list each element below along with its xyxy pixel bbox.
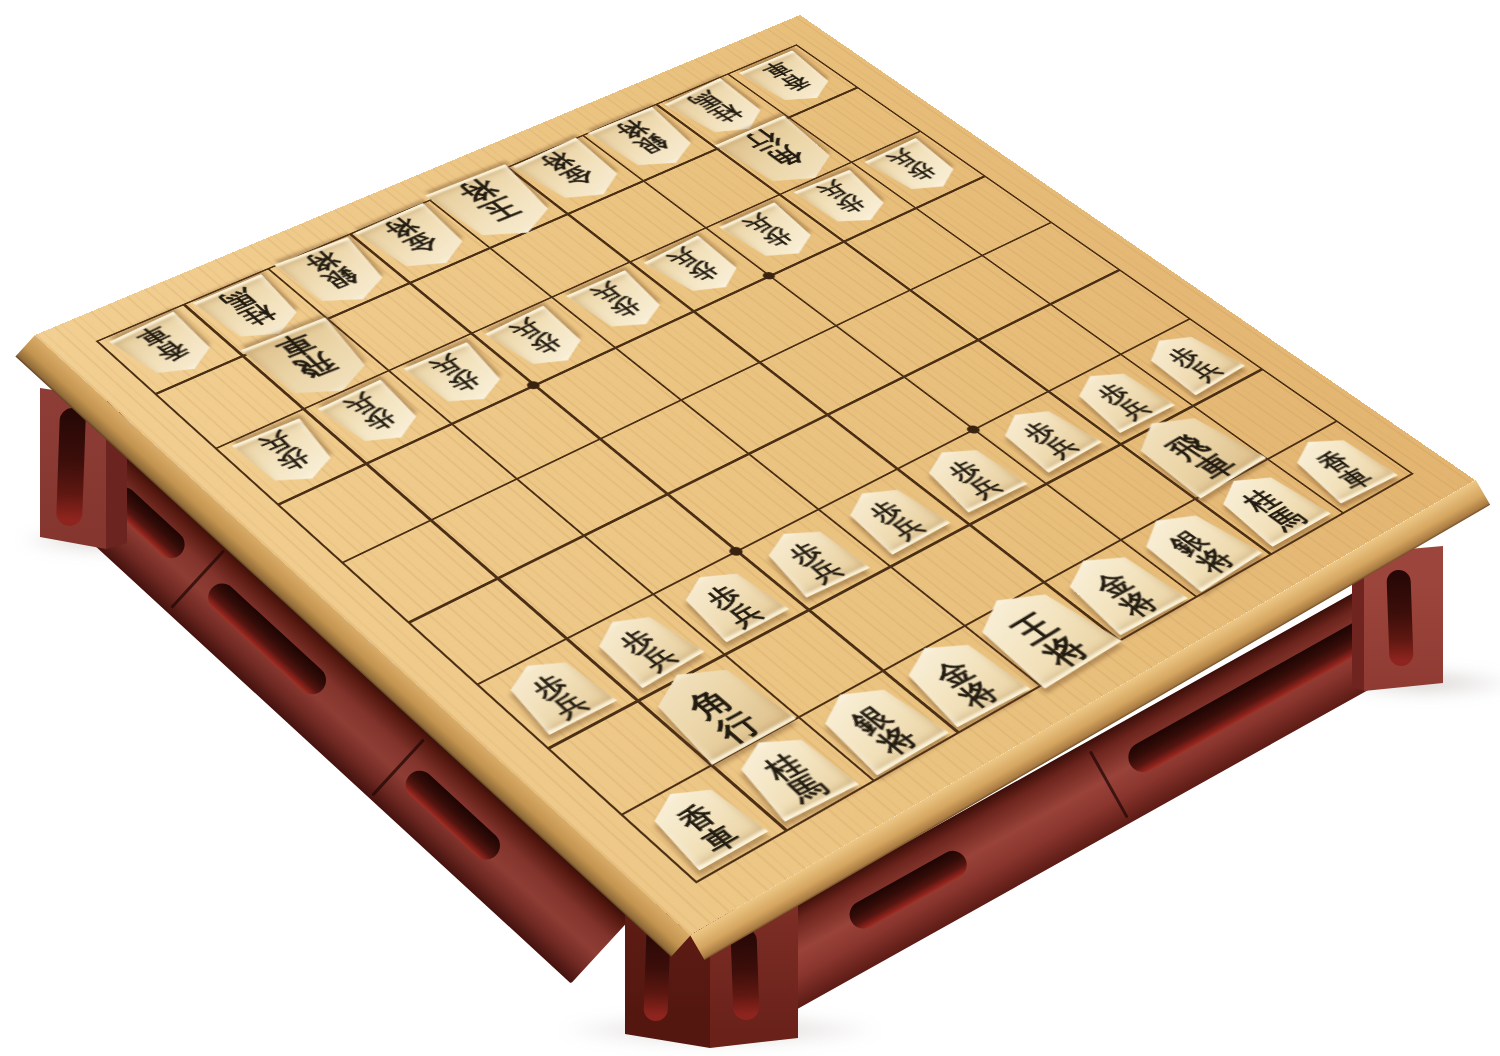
piece-sente-pawn: 歩兵 (493, 649, 617, 735)
piece-gote-pawn: 歩兵 (719, 202, 826, 266)
piece-sente-pawn: 歩兵 (668, 561, 788, 642)
piece-gote-pawn: 歩兵 (865, 138, 969, 199)
koma-face: 歩兵 (833, 478, 950, 554)
koma-face: 歩兵 (566, 270, 675, 337)
piece-sente-pawn: 歩兵 (912, 439, 1027, 513)
koma-face: 歩兵 (231, 418, 345, 492)
koma-face: 歩兵 (643, 236, 752, 302)
piece-gote-lance: 香車 (109, 312, 226, 385)
piece-gote-pawn: 歩兵 (403, 342, 515, 412)
piece-sente-pawn: 歩兵 (753, 519, 871, 597)
piece-sente-lance: 香車 (636, 775, 769, 870)
piece-sente-pawn: 歩兵 (988, 400, 1102, 472)
apron-seam (1089, 751, 1129, 819)
koma-kanji: 将 (953, 677, 1006, 713)
koma-face: 歩兵 (912, 439, 1027, 513)
koma-face: 歩兵 (988, 400, 1102, 472)
leg-slot (1386, 570, 1413, 667)
leg-slot (56, 408, 86, 527)
koma-face: 香車 (636, 775, 769, 870)
koma-face: 歩兵 (668, 561, 788, 642)
koma-face: 歩兵 (753, 519, 871, 597)
koma-face: 香車 (109, 312, 226, 385)
koma-face: 歩兵 (719, 202, 826, 266)
koma-kanji: 馬 (1263, 504, 1311, 535)
koma-kanji: 将 (1113, 588, 1164, 622)
piece-gote-pawn: 歩兵 (566, 270, 675, 337)
piece-gote-pawn: 歩兵 (485, 305, 597, 374)
koma-kanji: 将 (1191, 545, 1241, 578)
koma-face: 歩兵 (403, 342, 515, 412)
koma-face: 歩兵 (1135, 326, 1246, 395)
koma-face: 歩兵 (485, 305, 597, 374)
koma-face: 歩兵 (493, 649, 617, 735)
koma-kanji: 車 (1334, 465, 1378, 493)
piece-gote-pawn: 歩兵 (231, 418, 345, 492)
piece-sente-pawn: 歩兵 (833, 478, 950, 554)
piece-sente-pawn: 歩兵 (1135, 326, 1246, 395)
piece-gote-pawn: 歩兵 (643, 236, 752, 302)
koma-face: 歩兵 (865, 138, 969, 199)
koma-kanji: 馬 (783, 771, 835, 808)
